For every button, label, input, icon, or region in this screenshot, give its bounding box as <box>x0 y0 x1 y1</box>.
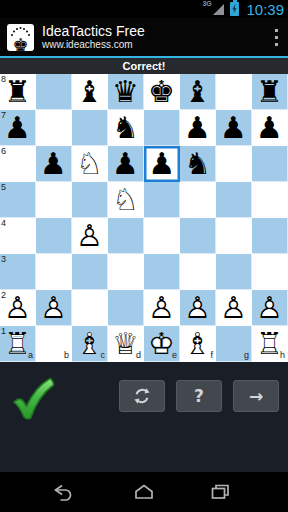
rank-label-1: 1 <box>1 327 6 336</box>
square-f3[interactable] <box>180 254 216 290</box>
square-b7[interactable] <box>36 110 72 146</box>
square-b1[interactable]: b <box>36 326 72 362</box>
square-c1[interactable]: c♝♗ <box>72 326 108 362</box>
square-b6[interactable]: ♟ <box>36 146 72 182</box>
square-c8[interactable]: ♝ <box>72 74 108 110</box>
file-label-h: h <box>280 351 285 360</box>
square-h2[interactable]: ♟♙ <box>252 290 288 326</box>
battery-icon <box>230 2 239 16</box>
piece-black-pawn[interactable]: ♟ <box>252 110 287 145</box>
file-label-g: g <box>244 351 249 360</box>
result-banner: Correct! <box>0 58 288 74</box>
square-g7[interactable]: ♟ <box>216 110 252 146</box>
square-c4[interactable]: ♟♙ <box>72 218 108 254</box>
app-subtitle: www.ideachess.com <box>42 39 266 51</box>
square-g3[interactable] <box>216 254 252 290</box>
square-b3[interactable] <box>36 254 72 290</box>
square-a6[interactable]: 6 <box>0 146 36 182</box>
retry-button[interactable] <box>119 380 165 412</box>
square-c6[interactable]: ♞♘ <box>72 146 108 182</box>
square-b2[interactable]: ♟♙ <box>36 290 72 326</box>
square-d3[interactable] <box>108 254 144 290</box>
app-header: ♚ IdeaTactics Free www.ideachess.com <box>0 18 288 56</box>
square-d6[interactable]: ♟ <box>108 146 144 182</box>
piece-white-pawn[interactable]: ♟♙ <box>144 290 179 325</box>
rank-label-5: 5 <box>1 183 6 192</box>
arrow-right-icon: → <box>249 388 263 405</box>
square-g4[interactable] <box>216 218 252 254</box>
overflow-menu-icon[interactable] <box>266 18 286 56</box>
piece-black-king[interactable]: ♚ <box>144 74 179 109</box>
network-type-label: 3G <box>202 0 211 7</box>
app-logo-icon: ♚ <box>7 24 34 51</box>
piece-white-pawn[interactable]: ♟♙ <box>216 290 251 325</box>
home-icon[interactable] <box>133 481 155 503</box>
recents-icon[interactable] <box>209 481 231 503</box>
chess-board: 8♜♝♛♚♝♜7♟♞♟♟♟6♟♞♘♟♟♞5♞♘4♟♙32♟♙♟♙♟♙♟♙♟♙♟♙… <box>0 74 288 362</box>
square-g2[interactable]: ♟♙ <box>216 290 252 326</box>
charging-bolt-icon <box>230 2 239 16</box>
piece-black-knight[interactable]: ♞ <box>180 146 215 181</box>
square-f4[interactable] <box>180 218 216 254</box>
square-e1[interactable]: e♚♔ <box>144 326 180 362</box>
square-e6[interactable]: ♟ <box>144 146 180 182</box>
action-bar: ? → <box>0 362 288 472</box>
square-h4[interactable] <box>252 218 288 254</box>
back-icon[interactable] <box>52 481 74 503</box>
square-a5[interactable]: 5 <box>0 182 36 218</box>
piece-white-pawn[interactable]: ♟♙ <box>252 290 287 325</box>
correct-checkmark-icon <box>9 371 56 425</box>
square-f7[interactable]: ♟ <box>180 110 216 146</box>
clock: 10:39 <box>246 1 284 18</box>
square-d8[interactable]: ♛ <box>108 74 144 110</box>
square-c3[interactable] <box>72 254 108 290</box>
next-button[interactable]: → <box>233 380 279 412</box>
square-e2[interactable]: ♟♙ <box>144 290 180 326</box>
rank-label-2: 2 <box>1 291 6 300</box>
square-a3[interactable]: 3 <box>0 254 36 290</box>
piece-white-pawn[interactable]: ♟♙ <box>180 290 215 325</box>
square-d5[interactable]: ♞♘ <box>108 182 144 218</box>
square-c2[interactable] <box>72 290 108 326</box>
piece-black-pawn[interactable]: ♟ <box>180 110 215 145</box>
square-e7[interactable] <box>144 110 180 146</box>
square-g1[interactable]: g <box>216 326 252 362</box>
file-label-d: d <box>136 351 141 360</box>
square-f8[interactable]: ♝ <box>180 74 216 110</box>
question-mark-icon: ? <box>194 388 204 405</box>
square-e8[interactable]: ♚ <box>144 74 180 110</box>
square-c5[interactable] <box>72 182 108 218</box>
rank-label-3: 3 <box>1 255 6 264</box>
square-b4[interactable] <box>36 218 72 254</box>
square-h3[interactable] <box>252 254 288 290</box>
square-d2[interactable] <box>108 290 144 326</box>
square-a7[interactable]: 7♟ <box>0 110 36 146</box>
hint-button[interactable]: ? <box>176 380 222 412</box>
piece-black-pawn[interactable]: ♟ <box>146 148 178 180</box>
square-a1[interactable]: 1a♜♖ <box>0 326 36 362</box>
square-h1[interactable]: h♜♖ <box>252 326 288 362</box>
square-f6[interactable]: ♞ <box>180 146 216 182</box>
file-label-a: a <box>28 351 33 360</box>
file-label-b: b <box>64 351 69 360</box>
piece-black-bishop[interactable]: ♝ <box>72 74 107 109</box>
signal-icon: 3G <box>212 3 224 15</box>
square-b5[interactable] <box>36 182 72 218</box>
logo-king-glyph: ♚ <box>7 36 34 51</box>
piece-black-rook[interactable]: ♜ <box>252 74 287 109</box>
piece-black-knight[interactable]: ♞ <box>108 110 143 145</box>
square-a4[interactable]: 4 <box>0 218 36 254</box>
piece-white-knight[interactable]: ♞♘ <box>108 182 143 217</box>
square-g5[interactable] <box>216 182 252 218</box>
piece-black-bishop[interactable]: ♝ <box>180 74 215 109</box>
file-label-c: c <box>101 351 106 360</box>
square-f2[interactable]: ♟♙ <box>180 290 216 326</box>
square-e3[interactable] <box>144 254 180 290</box>
square-d1[interactable]: d♛♕ <box>108 326 144 362</box>
square-h8[interactable]: ♜ <box>252 74 288 110</box>
rank-label-4: 4 <box>1 219 6 228</box>
rank-label-7: 7 <box>1 111 6 120</box>
square-e4[interactable] <box>144 218 180 254</box>
piece-black-pawn[interactable]: ♟ <box>108 146 143 181</box>
rank-label-8: 8 <box>1 75 6 84</box>
piece-black-pawn[interactable]: ♟ <box>216 110 251 145</box>
square-c7[interactable] <box>72 110 108 146</box>
square-e5[interactable] <box>144 182 180 218</box>
android-nav-bar <box>0 472 288 512</box>
square-f5[interactable] <box>180 182 216 218</box>
square-a2[interactable]: 2♟♙ <box>0 290 36 326</box>
piece-white-knight[interactable]: ♞♘ <box>72 146 107 181</box>
square-b8[interactable] <box>36 74 72 110</box>
piece-black-pawn[interactable]: ♟ <box>36 146 71 181</box>
status-bar: 3G 10:39 <box>0 0 288 18</box>
square-h6[interactable] <box>252 146 288 182</box>
file-label-f: f <box>210 351 213 360</box>
file-label-e: e <box>172 351 177 360</box>
piece-white-pawn[interactable]: ♟♙ <box>36 290 71 325</box>
piece-black-queen[interactable]: ♛ <box>108 74 143 109</box>
square-g8[interactable] <box>216 74 252 110</box>
refresh-icon <box>132 386 152 406</box>
square-a8[interactable]: 8♜ <box>0 74 36 110</box>
square-h5[interactable] <box>252 182 288 218</box>
square-f1[interactable]: f♝♗ <box>180 326 216 362</box>
rank-label-6: 6 <box>1 147 6 156</box>
square-d7[interactable]: ♞ <box>108 110 144 146</box>
piece-white-pawn[interactable]: ♟♙ <box>72 218 107 253</box>
square-h7[interactable]: ♟ <box>252 110 288 146</box>
app-title: IdeaTactics Free <box>42 23 266 39</box>
square-g6[interactable] <box>216 146 252 182</box>
square-d4[interactable] <box>108 218 144 254</box>
result-banner-text: Correct! <box>123 60 166 72</box>
